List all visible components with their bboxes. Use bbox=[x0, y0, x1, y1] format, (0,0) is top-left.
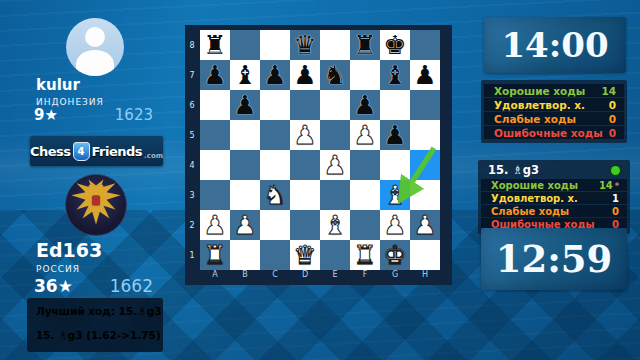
piece-black-queen[interactable]: ♛ bbox=[290, 30, 320, 60]
square-d8[interactable]: ♛ bbox=[290, 30, 320, 60]
logo-shield-icon: 4 bbox=[73, 142, 90, 161]
piece-white-queen[interactable]: ♛ bbox=[290, 240, 320, 270]
square-a1[interactable]: ♜ bbox=[200, 240, 230, 270]
piece-white-pawn[interactable]: ♟ bbox=[410, 210, 440, 240]
square-e3[interactable] bbox=[320, 180, 350, 210]
file-label-e: E bbox=[320, 270, 350, 279]
stat-label: Удовлетвор. х. bbox=[491, 193, 578, 204]
square-f6[interactable]: ♟ bbox=[350, 90, 380, 120]
square-a8[interactable]: ♜ bbox=[200, 30, 230, 60]
chess4friends-logo[interactable]: Chess 4 Friends .com bbox=[30, 136, 163, 166]
square-h6[interactable] bbox=[410, 90, 440, 120]
piece-white-pawn[interactable]: ♟ bbox=[350, 120, 380, 150]
player-top-rating: 1623 bbox=[60, 106, 153, 124]
piece-white-pawn[interactable]: ♟ bbox=[290, 120, 320, 150]
logo-word-friends: Friends bbox=[92, 144, 143, 159]
clock-player-top: 14:00 bbox=[484, 17, 626, 73]
square-a7[interactable]: ♟ bbox=[200, 60, 230, 90]
file-label-a: A bbox=[200, 270, 230, 279]
piece-black-pawn[interactable]: ♟ bbox=[230, 90, 260, 120]
square-b1[interactable] bbox=[230, 240, 260, 270]
piece-black-bishop[interactable]: ♝ bbox=[380, 60, 410, 90]
square-f5[interactable]: ♟ bbox=[350, 120, 380, 150]
piece-black-king[interactable]: ♚ bbox=[380, 30, 410, 60]
piece-white-rook[interactable]: ♜ bbox=[350, 240, 380, 270]
file-label-b: B bbox=[230, 270, 260, 279]
square-c6[interactable] bbox=[260, 90, 290, 120]
player-bottom-country: РОССИЯ bbox=[36, 264, 80, 274]
square-c7[interactable]: ♟ bbox=[260, 60, 290, 90]
square-a2[interactable]: ♟ bbox=[200, 210, 230, 240]
stat-value: 0 bbox=[612, 206, 619, 217]
square-f4[interactable] bbox=[350, 150, 380, 180]
piece-white-bishop[interactable]: ♝ bbox=[380, 180, 410, 210]
stat-value: 0 bbox=[609, 127, 616, 139]
player-bottom-rating: 1662 bbox=[60, 276, 153, 296]
board-panel: ♜♛♜♚♟♝♟♟♞♝♟♟♟♟♟♟♟♞♝♟♟♝♟♟♜♛♜♚ 87654321 AB… bbox=[185, 25, 452, 285]
file-label-d: D bbox=[290, 270, 320, 279]
square-g2[interactable]: ♟ bbox=[380, 210, 410, 240]
best-move-eval: 15. ♗g3 (1.62->1.75) bbox=[36, 329, 161, 341]
stat-row: Слабые ходы0 bbox=[484, 112, 624, 125]
square-c2[interactable] bbox=[260, 210, 290, 240]
square-h4[interactable] bbox=[410, 150, 440, 180]
square-b3[interactable] bbox=[230, 180, 260, 210]
stat-label: Слабые ходы bbox=[491, 206, 569, 217]
piece-black-pawn[interactable]: ♟ bbox=[350, 90, 380, 120]
player-top-stars: 9★ bbox=[34, 106, 58, 124]
file-label-g: G bbox=[380, 270, 410, 279]
piece-black-pawn[interactable]: ♟ bbox=[200, 60, 230, 90]
stat-label: Хорошие ходы bbox=[491, 180, 578, 191]
square-b8[interactable] bbox=[230, 30, 260, 60]
move-quality-dot-icon bbox=[611, 166, 620, 175]
square-h7[interactable]: ♟ bbox=[410, 60, 440, 90]
piece-white-bishop[interactable]: ♝ bbox=[320, 210, 350, 240]
piece-white-pawn[interactable]: ♟ bbox=[380, 210, 410, 240]
square-h5[interactable] bbox=[410, 120, 440, 150]
clock-player-bottom: 12:59 bbox=[481, 228, 627, 290]
square-b6[interactable]: ♟ bbox=[230, 90, 260, 120]
piece-black-rook[interactable]: ♜ bbox=[200, 30, 230, 60]
rank-label-2: 2 bbox=[185, 221, 199, 230]
square-d4[interactable] bbox=[290, 150, 320, 180]
stat-row: Удовлетвор. х.0 bbox=[484, 98, 624, 111]
piece-white-pawn[interactable]: ♟ bbox=[230, 210, 260, 240]
player-bottom-name: Ed163 bbox=[36, 239, 102, 261]
square-g3[interactable]: ♝ bbox=[380, 180, 410, 210]
square-e6[interactable] bbox=[320, 90, 350, 120]
stat-row: Хорошие ходы14* bbox=[481, 179, 627, 191]
square-g8[interactable]: ♚ bbox=[380, 30, 410, 60]
stat-label: Слабые ходы bbox=[494, 113, 576, 125]
best-move-label: Лучший ход: 15.♗g3 bbox=[36, 305, 161, 317]
stat-value: 0 bbox=[609, 113, 616, 125]
stat-row: Ошибочные ходы0 bbox=[484, 126, 624, 139]
piece-white-king[interactable]: ♚ bbox=[380, 240, 410, 270]
rank-label-5: 5 bbox=[185, 131, 199, 140]
square-f2[interactable] bbox=[350, 210, 380, 240]
piece-black-pawn[interactable]: ♟ bbox=[290, 60, 320, 90]
square-e8[interactable] bbox=[320, 30, 350, 60]
square-f7[interactable] bbox=[350, 60, 380, 90]
square-b4[interactable] bbox=[230, 150, 260, 180]
stat-value: 14* bbox=[599, 180, 619, 191]
square-d1[interactable]: ♛ bbox=[290, 240, 320, 270]
piece-black-bishop[interactable]: ♝ bbox=[230, 60, 260, 90]
best-move-box: Лучший ход: 15.♗g3 15. ♗g3 (1.62->1.75) bbox=[27, 298, 163, 352]
avatar-player-top[interactable] bbox=[66, 18, 124, 76]
piece-black-rook[interactable]: ♜ bbox=[350, 30, 380, 60]
piece-white-pawn[interactable]: ♟ bbox=[320, 150, 350, 180]
stat-row: Слабые ходы0 bbox=[481, 205, 627, 217]
square-h1[interactable] bbox=[410, 240, 440, 270]
square-c8[interactable] bbox=[260, 30, 290, 60]
rank-label-1: 1 bbox=[185, 251, 199, 260]
square-d2[interactable] bbox=[290, 210, 320, 240]
square-g1[interactable]: ♚ bbox=[380, 240, 410, 270]
file-label-c: C bbox=[260, 270, 290, 279]
square-f8[interactable]: ♜ bbox=[350, 30, 380, 60]
stat-row: Хорошие ходы14 bbox=[484, 84, 624, 97]
square-e7[interactable]: ♞ bbox=[320, 60, 350, 90]
russia-coat-of-arms-icon bbox=[66, 175, 126, 235]
file-label-h: H bbox=[410, 270, 440, 279]
square-e5[interactable] bbox=[320, 120, 350, 150]
square-f3[interactable] bbox=[350, 180, 380, 210]
square-h2[interactable]: ♟ bbox=[410, 210, 440, 240]
stat-label: Ошибочные ходы bbox=[494, 127, 603, 139]
stat-value: 0 bbox=[609, 99, 616, 111]
square-h8[interactable] bbox=[410, 30, 440, 60]
square-c5[interactable] bbox=[260, 120, 290, 150]
chess-board[interactable]: ♜♛♜♚♟♝♟♟♞♝♟♟♟♟♟♟♟♞♝♟♟♝♟♟♜♛♜♚ bbox=[200, 30, 440, 270]
square-e2[interactable]: ♝ bbox=[320, 210, 350, 240]
avatar-player-bottom[interactable] bbox=[65, 174, 127, 236]
square-g6[interactable] bbox=[380, 90, 410, 120]
square-e1[interactable] bbox=[320, 240, 350, 270]
piece-white-knight[interactable]: ♞ bbox=[260, 180, 290, 210]
logo-word-chess: Chess bbox=[30, 144, 71, 159]
piece-white-pawn[interactable]: ♟ bbox=[200, 210, 230, 240]
piece-white-rook[interactable]: ♜ bbox=[200, 240, 230, 270]
square-c4[interactable] bbox=[260, 150, 290, 180]
piece-black-pawn[interactable]: ♟ bbox=[260, 60, 290, 90]
square-a5[interactable] bbox=[200, 120, 230, 150]
rank-label-7: 7 bbox=[185, 71, 199, 80]
avatar-silhouette-icon bbox=[76, 50, 114, 76]
square-h3[interactable] bbox=[410, 180, 440, 210]
rank-label-6: 6 bbox=[185, 101, 199, 110]
square-g5[interactable]: ♟ bbox=[380, 120, 410, 150]
stat-row: Удовлетвор. х.1 bbox=[481, 192, 627, 204]
piece-black-pawn[interactable]: ♟ bbox=[410, 60, 440, 90]
square-g4[interactable] bbox=[380, 150, 410, 180]
square-a3[interactable] bbox=[200, 180, 230, 210]
piece-black-knight[interactable]: ♞ bbox=[320, 60, 350, 90]
piece-black-pawn[interactable]: ♟ bbox=[380, 120, 410, 150]
rank-label-4: 4 bbox=[185, 161, 199, 170]
file-label-f: F bbox=[350, 270, 380, 279]
square-e4[interactable]: ♟ bbox=[320, 150, 350, 180]
square-c3[interactable]: ♞ bbox=[260, 180, 290, 210]
player-top-name: kulur bbox=[36, 76, 80, 94]
stat-value: 14 bbox=[601, 85, 616, 97]
square-d7[interactable]: ♟ bbox=[290, 60, 320, 90]
square-a6[interactable] bbox=[200, 90, 230, 120]
stats-table-game: Хорошие ходы14Удовлетвор. х.0Слабые ходы… bbox=[481, 80, 627, 143]
square-b2[interactable]: ♟ bbox=[230, 210, 260, 240]
current-move-panel: 15. ♗g3 Хорошие ходы14*Удовлетвор. х.1Сл… bbox=[478, 160, 630, 234]
square-c1[interactable] bbox=[260, 240, 290, 270]
current-move-label: 15. ♗g3 bbox=[488, 163, 539, 177]
avatar-silhouette-icon bbox=[85, 27, 105, 47]
stat-label: Хорошие ходы bbox=[494, 85, 585, 97]
square-g7[interactable]: ♝ bbox=[380, 60, 410, 90]
square-d3[interactable] bbox=[290, 180, 320, 210]
square-f1[interactable]: ♜ bbox=[350, 240, 380, 270]
rank-label-8: 8 bbox=[185, 41, 199, 50]
stat-value: 1 bbox=[612, 193, 619, 204]
square-d6[interactable] bbox=[290, 90, 320, 120]
square-d5[interactable]: ♟ bbox=[290, 120, 320, 150]
rank-label-3: 3 bbox=[185, 191, 199, 200]
stat-label: Удовлетвор. х. bbox=[494, 99, 585, 111]
logo-suffix-com: .com bbox=[144, 152, 163, 160]
square-b5[interactable] bbox=[230, 120, 260, 150]
square-b7[interactable]: ♝ bbox=[230, 60, 260, 90]
square-a4[interactable] bbox=[200, 150, 230, 180]
